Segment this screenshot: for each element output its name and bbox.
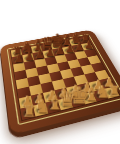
chess-set-photo: ♜♞♝♛♚♝♞♜♟♟♟♟♟♟♟♟♟♟♟♟♟♟♟♟♜♞♝♛♚♝♞♜	[0, 0, 120, 144]
chessboard: ♜♞♝♛♚♝♞♜♟♟♟♟♟♟♟♟♟♟♟♟♟♟♟♟♜♞♝♛♚♝♞♜	[0, 29, 120, 135]
square-a1: ♜	[21, 106, 36, 120]
piece-white-rook: ♜	[22, 104, 36, 120]
photo-scene: ♜♞♝♛♚♝♞♜♟♟♟♟♟♟♟♟♟♟♟♟♟♟♟♟♜♞♝♛♚♝♞♜	[0, 0, 120, 144]
